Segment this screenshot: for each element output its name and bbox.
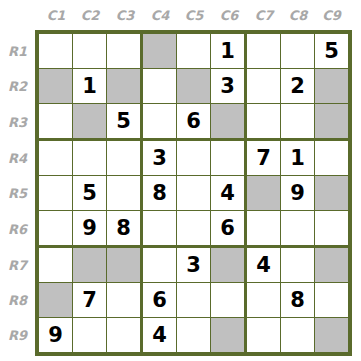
row-label-r1: R1 bbox=[0, 34, 35, 69]
column-label-c8: C8 bbox=[281, 0, 315, 30]
cell-r6c6[interactable]: 6 bbox=[211, 211, 247, 248]
row-label-r6: R6 bbox=[0, 211, 35, 248]
cell-r4c2[interactable] bbox=[73, 141, 107, 176]
cell-r9c2[interactable] bbox=[73, 318, 107, 352]
cell-r5c8[interactable]: 9 bbox=[281, 176, 315, 211]
cell-r5c6[interactable]: 4 bbox=[211, 176, 247, 211]
cell-r5c1[interactable] bbox=[39, 176, 73, 211]
cell-r2c1[interactable] bbox=[39, 69, 73, 104]
column-label-c9: C9 bbox=[315, 0, 348, 30]
cell-r9c6[interactable] bbox=[211, 318, 247, 352]
cell-r7c1[interactable] bbox=[39, 248, 73, 283]
cell-r2c3[interactable] bbox=[107, 69, 143, 104]
row-labels: R1R2R3R4R5R6R7R8R9 bbox=[0, 34, 35, 352]
row-label-r3: R3 bbox=[0, 104, 35, 141]
cell-r9c8[interactable] bbox=[281, 318, 315, 352]
cell-r1c7[interactable] bbox=[247, 34, 281, 69]
cell-r6c9[interactable] bbox=[315, 211, 348, 248]
cell-r4c3[interactable] bbox=[107, 141, 143, 176]
cell-r1c3[interactable] bbox=[107, 34, 143, 69]
column-label-c3: C3 bbox=[107, 0, 143, 30]
cell-r2c5[interactable] bbox=[177, 69, 211, 104]
row-label-r8: R8 bbox=[0, 283, 35, 318]
cell-r1c4[interactable] bbox=[143, 34, 177, 69]
cell-r8c2[interactable]: 7 bbox=[73, 283, 107, 318]
cell-r7c2[interactable] bbox=[73, 248, 107, 283]
cell-r4c1[interactable] bbox=[39, 141, 73, 176]
cell-r3c7[interactable] bbox=[247, 104, 281, 141]
cell-r3c5[interactable]: 6 bbox=[177, 104, 211, 141]
cell-r1c5[interactable] bbox=[177, 34, 211, 69]
row-label-r2: R2 bbox=[0, 69, 35, 104]
cell-r3c8[interactable] bbox=[281, 104, 315, 141]
cell-r8c8[interactable]: 8 bbox=[281, 283, 315, 318]
cell-r3c3[interactable]: 5 bbox=[107, 104, 143, 141]
cell-r8c9[interactable] bbox=[315, 283, 348, 318]
cell-r8c7[interactable] bbox=[247, 283, 281, 318]
cell-r6c2[interactable]: 9 bbox=[73, 211, 107, 248]
cell-r4c9[interactable] bbox=[315, 141, 348, 176]
column-label-c1: C1 bbox=[39, 0, 73, 30]
row-label-r5: R5 bbox=[0, 176, 35, 211]
cell-r9c5[interactable] bbox=[177, 318, 211, 352]
cell-r7c4[interactable] bbox=[143, 248, 177, 283]
cell-r5c2[interactable]: 5 bbox=[73, 176, 107, 211]
cell-r7c9[interactable] bbox=[315, 248, 348, 283]
cell-r7c7[interactable]: 4 bbox=[247, 248, 281, 283]
cell-r9c4[interactable]: 4 bbox=[143, 318, 177, 352]
cell-r1c1[interactable] bbox=[39, 34, 73, 69]
cell-r3c1[interactable] bbox=[39, 104, 73, 141]
cell-r6c3[interactable]: 8 bbox=[107, 211, 143, 248]
cell-r7c6[interactable] bbox=[211, 248, 247, 283]
cell-r6c4[interactable] bbox=[143, 211, 177, 248]
cell-r6c8[interactable] bbox=[281, 211, 315, 248]
cell-r3c9[interactable] bbox=[315, 104, 348, 141]
cell-r4c8[interactable]: 1 bbox=[281, 141, 315, 176]
cell-r4c4[interactable]: 3 bbox=[143, 141, 177, 176]
row-label-r4: R4 bbox=[0, 141, 35, 176]
cell-r2c2[interactable]: 1 bbox=[73, 69, 107, 104]
cell-r5c5[interactable] bbox=[177, 176, 211, 211]
cell-r7c5[interactable]: 3 bbox=[177, 248, 211, 283]
cell-r2c6[interactable]: 3 bbox=[211, 69, 247, 104]
cell-r2c9[interactable] bbox=[315, 69, 348, 104]
cell-r1c6[interactable]: 1 bbox=[211, 34, 247, 69]
column-label-c4: C4 bbox=[143, 0, 177, 30]
cell-r3c4[interactable] bbox=[143, 104, 177, 141]
cell-r1c9[interactable]: 5 bbox=[315, 34, 348, 69]
cell-r6c5[interactable] bbox=[177, 211, 211, 248]
cell-r7c8[interactable] bbox=[281, 248, 315, 283]
cell-r1c2[interactable] bbox=[73, 34, 107, 69]
cell-r5c3[interactable] bbox=[107, 176, 143, 211]
row-label-r9: R9 bbox=[0, 318, 35, 352]
cell-r4c5[interactable] bbox=[177, 141, 211, 176]
cell-r6c7[interactable] bbox=[247, 211, 281, 248]
cell-r2c8[interactable]: 2 bbox=[281, 69, 315, 104]
cell-r8c4[interactable]: 6 bbox=[143, 283, 177, 318]
cell-r8c5[interactable] bbox=[177, 283, 211, 318]
column-label-c7: C7 bbox=[247, 0, 281, 30]
sudoku-app: C1C2C3C4C5C6C7C8C9 R1R2R3R4R5R6R7R8R9 15… bbox=[0, 0, 361, 361]
cell-r4c6[interactable] bbox=[211, 141, 247, 176]
column-label-c5: C5 bbox=[177, 0, 211, 30]
cell-r4c7[interactable]: 7 bbox=[247, 141, 281, 176]
row-label-r7: R7 bbox=[0, 248, 35, 283]
column-label-c6: C6 bbox=[211, 0, 247, 30]
sudoku-board: 151325637158499863476894 bbox=[35, 30, 352, 356]
cell-r1c8[interactable] bbox=[281, 34, 315, 69]
cell-r7c3[interactable] bbox=[107, 248, 143, 283]
cell-r9c9[interactable] bbox=[315, 318, 348, 352]
cell-r8c3[interactable] bbox=[107, 283, 143, 318]
cell-r5c4[interactable]: 8 bbox=[143, 176, 177, 211]
column-labels: C1C2C3C4C5C6C7C8C9 bbox=[39, 0, 348, 30]
cell-r9c1[interactable]: 9 bbox=[39, 318, 73, 352]
cell-r3c6[interactable] bbox=[211, 104, 247, 141]
cell-r2c4[interactable] bbox=[143, 69, 177, 104]
cell-r5c9[interactable] bbox=[315, 176, 348, 211]
cell-r9c3[interactable] bbox=[107, 318, 143, 352]
cell-r3c2[interactable] bbox=[73, 104, 107, 141]
cell-r8c1[interactable] bbox=[39, 283, 73, 318]
cell-r6c1[interactable] bbox=[39, 211, 73, 248]
column-label-c2: C2 bbox=[73, 0, 107, 30]
cell-r5c7[interactable] bbox=[247, 176, 281, 211]
cell-r9c7[interactable] bbox=[247, 318, 281, 352]
cell-r8c6[interactable] bbox=[211, 283, 247, 318]
cell-r2c7[interactable] bbox=[247, 69, 281, 104]
